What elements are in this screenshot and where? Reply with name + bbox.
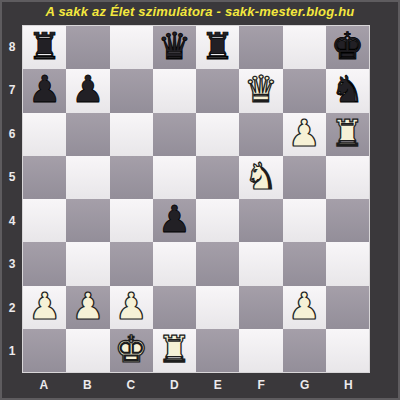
rank-label-7: 7	[2, 69, 22, 113]
piece-white-pawn: ♟	[288, 115, 321, 152]
square-d1[interactable]: ♜	[153, 329, 196, 372]
square-e7[interactable]	[196, 69, 239, 112]
file-label-d: D	[153, 374, 197, 396]
square-h1[interactable]	[326, 329, 369, 372]
square-f7[interactable]: ♛	[239, 69, 282, 112]
square-f1[interactable]	[239, 329, 282, 372]
file-label-f: F	[240, 374, 284, 396]
square-g5[interactable]	[283, 156, 326, 199]
piece-black-pawn: ♟	[158, 201, 191, 238]
square-f2[interactable]	[239, 286, 282, 329]
square-c6[interactable]	[110, 113, 153, 156]
square-f5[interactable]: ♞	[239, 156, 282, 199]
square-e6[interactable]	[196, 113, 239, 156]
chess-diagram-frame: A sakk az Élet szimulátora - sakk-mester…	[0, 0, 400, 400]
square-d4[interactable]: ♟	[153, 199, 196, 242]
file-label-e: E	[196, 374, 240, 396]
rank-labels: 87654321	[2, 25, 22, 373]
square-d2[interactable]	[153, 286, 196, 329]
rank-label-2: 2	[2, 286, 22, 330]
page-title: A sakk az Élet szimulátora - sakk-mester…	[2, 4, 398, 19]
square-e3[interactable]	[196, 242, 239, 285]
square-f8[interactable]	[239, 26, 282, 69]
file-label-a: A	[22, 374, 66, 396]
file-label-h: H	[327, 374, 371, 396]
square-h8[interactable]: ♚	[326, 26, 369, 69]
square-d7[interactable]	[153, 69, 196, 112]
square-h2[interactable]	[326, 286, 369, 329]
square-a6[interactable]	[23, 113, 66, 156]
square-a1[interactable]	[23, 329, 66, 372]
square-e1[interactable]	[196, 329, 239, 372]
rank-label-5: 5	[2, 156, 22, 200]
square-e5[interactable]	[196, 156, 239, 199]
square-c3[interactable]	[110, 242, 153, 285]
square-g1[interactable]	[283, 329, 326, 372]
square-b4[interactable]	[66, 199, 109, 242]
square-g8[interactable]	[283, 26, 326, 69]
rank-label-1: 1	[2, 330, 22, 374]
piece-black-queen: ♛	[158, 28, 191, 65]
square-b7[interactable]: ♟	[66, 69, 109, 112]
piece-black-knight: ♞	[331, 71, 364, 108]
square-g7[interactable]	[283, 69, 326, 112]
square-b6[interactable]	[66, 113, 109, 156]
file-label-g: G	[283, 374, 327, 396]
square-g6[interactable]: ♟	[283, 113, 326, 156]
piece-white-king: ♚	[115, 331, 148, 368]
square-b3[interactable]	[66, 242, 109, 285]
piece-white-pawn: ♟	[115, 288, 148, 325]
square-g4[interactable]	[283, 199, 326, 242]
file-labels: ABCDEFGH	[22, 374, 370, 396]
chess-board: ♜♛♜♚♟♟♛♞♟♜♞♟♟♟♟♟♚♜	[22, 25, 370, 373]
square-h5[interactable]	[326, 156, 369, 199]
square-g2[interactable]: ♟	[283, 286, 326, 329]
square-e2[interactable]	[196, 286, 239, 329]
square-d5[interactable]	[153, 156, 196, 199]
square-e4[interactable]	[196, 199, 239, 242]
square-g3[interactable]	[283, 242, 326, 285]
square-c4[interactable]	[110, 199, 153, 242]
square-a4[interactable]	[23, 199, 66, 242]
square-d6[interactable]	[153, 113, 196, 156]
square-c8[interactable]	[110, 26, 153, 69]
piece-black-rook: ♜	[201, 28, 234, 65]
square-a3[interactable]	[23, 242, 66, 285]
square-a2[interactable]: ♟	[23, 286, 66, 329]
piece-white-rook: ♜	[331, 115, 364, 152]
square-f3[interactable]	[239, 242, 282, 285]
piece-white-pawn: ♟	[71, 288, 104, 325]
square-b2[interactable]: ♟	[66, 286, 109, 329]
square-c2[interactable]: ♟	[110, 286, 153, 329]
square-c7[interactable]	[110, 69, 153, 112]
square-h3[interactable]	[326, 242, 369, 285]
square-c5[interactable]	[110, 156, 153, 199]
piece-white-pawn: ♟	[28, 288, 61, 325]
square-a5[interactable]	[23, 156, 66, 199]
square-c1[interactable]: ♚	[110, 329, 153, 372]
piece-black-pawn: ♟	[28, 71, 61, 108]
rank-label-6: 6	[2, 112, 22, 156]
square-h6[interactable]: ♜	[326, 113, 369, 156]
square-f6[interactable]	[239, 113, 282, 156]
piece-white-knight: ♞	[244, 158, 277, 195]
square-d3[interactable]	[153, 242, 196, 285]
piece-black-king: ♚	[331, 28, 364, 65]
square-f4[interactable]	[239, 199, 282, 242]
square-b5[interactable]	[66, 156, 109, 199]
file-label-c: C	[109, 374, 153, 396]
piece-white-pawn: ♟	[288, 288, 321, 325]
square-h4[interactable]	[326, 199, 369, 242]
square-a7[interactable]: ♟	[23, 69, 66, 112]
piece-white-rook: ♜	[158, 331, 191, 368]
piece-white-queen: ♛	[244, 71, 277, 108]
square-h7[interactable]: ♞	[326, 69, 369, 112]
square-b8[interactable]	[66, 26, 109, 69]
square-e8[interactable]: ♜	[196, 26, 239, 69]
rank-label-4: 4	[2, 199, 22, 243]
piece-black-pawn: ♟	[71, 71, 104, 108]
square-d8[interactable]: ♛	[153, 26, 196, 69]
file-label-b: B	[66, 374, 110, 396]
rank-label-8: 8	[2, 25, 22, 69]
square-b1[interactable]	[66, 329, 109, 372]
rank-label-3: 3	[2, 243, 22, 287]
square-a8[interactable]: ♜	[23, 26, 66, 69]
piece-black-rook: ♜	[28, 28, 61, 65]
